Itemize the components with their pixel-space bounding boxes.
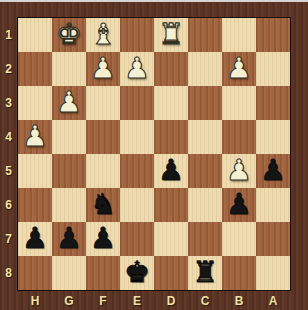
window-top-edge [0,0,308,2]
square-h6[interactable] [18,188,52,222]
black-pawn[interactable]: ♟ [260,153,286,187]
square-c6[interactable] [188,188,222,222]
square-h4[interactable]: ♟ [18,120,52,154]
black-pawn[interactable]: ♟ [226,187,252,221]
square-a4[interactable] [256,120,290,154]
white-bishop[interactable]: ♝ [90,17,116,51]
rank-labels: 12345678 [0,18,17,290]
rank-label-5: 5 [0,154,17,188]
square-h3[interactable] [18,86,52,120]
black-king[interactable]: ♚ [124,255,150,289]
square-d8[interactable] [154,256,188,290]
square-d6[interactable] [154,188,188,222]
black-pawn[interactable]: ♟ [90,221,116,255]
square-b8[interactable] [222,256,256,290]
file-label-d: D [154,291,188,310]
square-e7[interactable] [120,222,154,256]
square-b3[interactable] [222,86,256,120]
black-pawn[interactable]: ♟ [56,221,82,255]
rank-label-3: 3 [0,86,17,120]
square-d2[interactable] [154,52,188,86]
square-a1[interactable] [256,18,290,52]
square-d5[interactable]: ♟ [154,154,188,188]
white-pawn[interactable]: ♟ [124,51,150,85]
square-b6[interactable]: ♟ [222,188,256,222]
square-d4[interactable] [154,120,188,154]
file-label-g: G [52,291,86,310]
square-e8[interactable]: ♚ [120,256,154,290]
white-pawn[interactable]: ♟ [22,119,48,153]
square-g1[interactable]: ♚ [52,18,86,52]
rank-label-4: 4 [0,120,17,154]
black-pawn[interactable]: ♟ [158,153,184,187]
file-label-b: B [222,291,256,310]
square-c1[interactable] [188,18,222,52]
white-pawn[interactable]: ♟ [226,153,252,187]
file-label-f: F [86,291,120,310]
square-e4[interactable] [120,120,154,154]
square-f6[interactable]: ♞ [86,188,120,222]
white-rook[interactable]: ♜ [158,17,184,51]
square-h2[interactable] [18,52,52,86]
file-label-a: A [256,291,290,310]
square-c4[interactable] [188,120,222,154]
square-g5[interactable] [52,154,86,188]
square-g3[interactable]: ♟ [52,86,86,120]
square-f5[interactable] [86,154,120,188]
square-g8[interactable] [52,256,86,290]
chess-board: ♚♝♜♟♟♟♟♟♟♟♟♞♟♟♟♟♚♜ [17,17,291,291]
square-c2[interactable] [188,52,222,86]
square-c8[interactable]: ♜ [188,256,222,290]
square-f3[interactable] [86,86,120,120]
square-h7[interactable]: ♟ [18,222,52,256]
square-a8[interactable] [256,256,290,290]
square-g7[interactable]: ♟ [52,222,86,256]
square-a5[interactable]: ♟ [256,154,290,188]
square-c3[interactable] [188,86,222,120]
square-f1[interactable]: ♝ [86,18,120,52]
square-c7[interactable] [188,222,222,256]
rank-label-6: 6 [0,188,17,222]
black-pawn[interactable]: ♟ [22,221,48,255]
square-g4[interactable] [52,120,86,154]
square-f2[interactable]: ♟ [86,52,120,86]
square-f7[interactable]: ♟ [86,222,120,256]
square-e3[interactable] [120,86,154,120]
square-h5[interactable] [18,154,52,188]
square-f4[interactable] [86,120,120,154]
square-a2[interactable] [256,52,290,86]
square-c5[interactable] [188,154,222,188]
square-a6[interactable] [256,188,290,222]
square-h8[interactable] [18,256,52,290]
file-labels: HGFEDCBA [18,291,290,310]
square-e1[interactable] [120,18,154,52]
square-b5[interactable]: ♟ [222,154,256,188]
white-pawn[interactable]: ♟ [90,51,116,85]
square-g6[interactable] [52,188,86,222]
square-d7[interactable] [154,222,188,256]
file-label-c: C [188,291,222,310]
square-a3[interactable] [256,86,290,120]
file-label-e: E [120,291,154,310]
square-b1[interactable] [222,18,256,52]
square-h1[interactable] [18,18,52,52]
rank-label-1: 1 [0,18,17,52]
square-d1[interactable]: ♜ [154,18,188,52]
square-b4[interactable] [222,120,256,154]
black-knight[interactable]: ♞ [90,187,116,221]
square-f8[interactable] [86,256,120,290]
rank-label-8: 8 [0,256,17,290]
black-rook[interactable]: ♜ [192,255,218,289]
rank-label-7: 7 [0,222,17,256]
square-g2[interactable] [52,52,86,86]
chess-board-frame: 12345678 ♚♝♜♟♟♟♟♟♟♟♟♞♟♟♟♟♚♜ HGFEDCBA [0,0,308,310]
square-e5[interactable] [120,154,154,188]
square-e6[interactable] [120,188,154,222]
white-king[interactable]: ♚ [56,17,82,51]
white-pawn[interactable]: ♟ [56,85,82,119]
white-pawn[interactable]: ♟ [226,51,252,85]
rank-label-2: 2 [0,52,17,86]
square-b7[interactable] [222,222,256,256]
square-d3[interactable] [154,86,188,120]
square-a7[interactable] [256,222,290,256]
square-b2[interactable]: ♟ [222,52,256,86]
file-label-h: H [18,291,52,310]
square-e2[interactable]: ♟ [120,52,154,86]
